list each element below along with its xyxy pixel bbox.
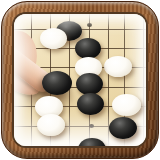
- white-stone: [40, 28, 67, 49]
- black-stone: [78, 138, 106, 148]
- black-stone: [76, 73, 103, 95]
- black-stone: [77, 93, 104, 115]
- black-stone-being-placed: [42, 71, 72, 95]
- white-stone: [37, 114, 65, 136]
- board-photo: [12, 12, 148, 148]
- go-board: [14, 14, 146, 146]
- white-stone: [112, 94, 141, 116]
- white-stone: [104, 56, 132, 77]
- star-point: [89, 124, 94, 128]
- black-stone: [75, 38, 101, 59]
- grid-line-vertical: [12, 14, 13, 146]
- go-game-app-icon[interactable]: [1, 1, 159, 159]
- black-stone: [109, 117, 137, 139]
- star-point: [87, 23, 92, 27]
